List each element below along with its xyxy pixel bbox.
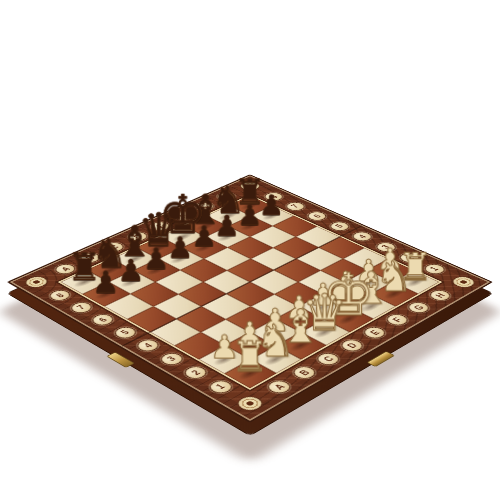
coordinate-label: E: [368, 329, 381, 336]
coordinate-label: H: [220, 194, 232, 199]
coordinate-label: B: [297, 369, 311, 377]
coordinate-label: 4: [357, 234, 368, 239]
coordinate-medallion: F: [382, 312, 411, 327]
coordinate-label: 5: [334, 224, 345, 229]
pawn-glyph: ♟: [92, 269, 119, 297]
coordinate-label: 2: [189, 369, 202, 376]
coordinate-medallion: 7: [67, 300, 96, 315]
coordinate-label: E: [155, 223, 167, 229]
coordinate-medallion: 4: [133, 337, 163, 353]
coordinate-label: 7: [290, 204, 301, 209]
coordinate-label: 4: [142, 342, 154, 349]
coordinate-label: C: [108, 244, 120, 250]
coordinate-label: 8: [54, 292, 65, 298]
rook-glyph: ♜: [231, 338, 268, 376]
coordinate-medallion: D: [337, 337, 367, 353]
coordinate-label: 1: [214, 383, 227, 390]
coordinate-label: G: [199, 204, 211, 210]
coordinate-medallion: 5: [326, 220, 353, 233]
product-scene: ABCDEFGH ABCDEFGH 87654321 87654321 ♜♞♝♛…: [0, 0, 500, 500]
coordinate-medallion: 8: [46, 288, 75, 303]
coordinate-medallion: H: [426, 288, 455, 303]
coordinate-label: H: [433, 292, 446, 299]
coordinate-medallion: 5: [110, 325, 140, 341]
piece-white-rook-a1[interactable]: ♜: [227, 332, 273, 374]
piece-black-pawn-a7[interactable]: ♟: [85, 264, 128, 294]
coordinate-medallion: G: [404, 300, 433, 315]
coordinate-medallion: E: [360, 325, 390, 341]
coordinate-label: A: [59, 266, 71, 272]
coordinate-label: F: [391, 317, 404, 324]
coordinate-label: 3: [380, 244, 392, 249]
coordinate-medallion: 6: [88, 312, 117, 327]
corner-rosette-icon: [232, 394, 267, 414]
coordinate-medallion: C: [313, 351, 344, 368]
coordinate-label: A: [272, 383, 286, 391]
corner-rosette-icon: [21, 274, 52, 290]
coordinate-label: 6: [312, 214, 323, 219]
coordinate-medallion: B: [289, 364, 320, 381]
coordinate-label: 8: [269, 194, 280, 199]
coordinate-label: D: [345, 342, 359, 349]
coordinate-medallion: 4: [349, 230, 376, 243]
coordinate-label: 6: [97, 317, 109, 323]
coordinate-label: B: [84, 255, 96, 261]
board-3d: ABCDEFGH ABCDEFGH 87654321 87654321 ♜♞♝♛…: [7, 174, 493, 423]
coordinate-medallion: 6: [304, 210, 330, 222]
coordinate-medallion: 2: [180, 364, 211, 381]
coordinate-label: D: [132, 234, 144, 240]
coordinate-medallion: A: [264, 378, 296, 396]
coordinate-medallion: 1: [205, 378, 237, 396]
coordinate-label: G: [412, 304, 426, 311]
coordinate-label: 3: [165, 355, 178, 362]
coordinate-label: C: [321, 355, 335, 363]
coordinate-label: F: [177, 214, 188, 219]
corner-rosette-icon: [448, 274, 479, 290]
coordinate-label: 5: [119, 329, 131, 336]
coordinate-label: 7: [75, 304, 87, 310]
coordinate-medallion: 3: [156, 351, 187, 368]
